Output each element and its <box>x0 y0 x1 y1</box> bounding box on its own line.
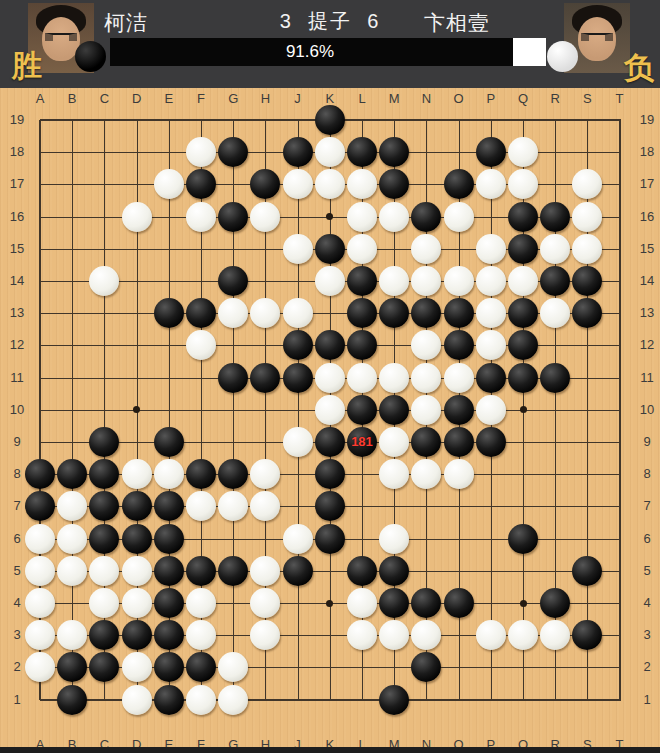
stone <box>154 169 184 199</box>
column-label: O <box>451 91 467 106</box>
stone <box>347 169 377 199</box>
stone <box>186 169 216 199</box>
white-stone-icon <box>547 41 578 72</box>
stone <box>347 556 377 586</box>
stone <box>379 298 409 328</box>
row-label: 18 <box>634 144 660 159</box>
stone <box>572 202 602 232</box>
row-label: 3 <box>634 627 660 642</box>
stone <box>379 363 409 393</box>
stone <box>122 556 152 586</box>
stone <box>476 137 506 167</box>
stone <box>411 588 441 618</box>
stone <box>347 298 377 328</box>
win-rate-bar: 91.6% <box>110 38 546 66</box>
stone <box>154 556 184 586</box>
player-name-left: 柯洁 <box>104 9 148 37</box>
stone <box>315 524 345 554</box>
stone <box>186 652 216 682</box>
stone <box>89 588 119 618</box>
stone <box>89 620 119 650</box>
stone <box>250 459 280 489</box>
stone <box>508 620 538 650</box>
stone <box>218 202 248 232</box>
stone <box>186 298 216 328</box>
stone <box>89 556 119 586</box>
grid-line <box>619 120 621 700</box>
stone <box>57 524 87 554</box>
row-label: 13 <box>634 305 660 320</box>
stone <box>89 491 119 521</box>
stone <box>508 234 538 264</box>
row-label: 8 <box>634 466 660 481</box>
stone <box>572 266 602 296</box>
stone <box>122 459 152 489</box>
stone <box>444 330 474 360</box>
stone <box>25 620 55 650</box>
stone <box>476 395 506 425</box>
stone <box>283 137 313 167</box>
row-label: 9 <box>4 434 30 449</box>
stone <box>57 491 87 521</box>
stone <box>218 491 248 521</box>
go-board[interactable]: AABBCCDDEEFFGGHHJJKKLLMMNNOOPPQQRRSSTT19… <box>0 88 660 753</box>
stone <box>154 459 184 489</box>
stone <box>186 137 216 167</box>
stone <box>315 266 345 296</box>
stone <box>540 202 570 232</box>
stone <box>411 427 441 457</box>
row-label: 19 <box>4 112 30 127</box>
column-label: N <box>418 91 434 106</box>
stone <box>476 266 506 296</box>
row-label: 11 <box>634 370 660 385</box>
stone <box>154 427 184 457</box>
stone <box>572 298 602 328</box>
header: 胜 柯洁 3 提子 6 91.6% 卞相壹 负 <box>0 0 660 88</box>
stone <box>444 266 474 296</box>
stone <box>379 137 409 167</box>
captures-label: 提子 <box>308 10 352 32</box>
row-label: 10 <box>4 402 30 417</box>
stone <box>315 459 345 489</box>
column-label: L <box>354 91 370 106</box>
column-label: E <box>161 91 177 106</box>
stone <box>444 363 474 393</box>
column-label: C <box>96 91 112 106</box>
stone <box>154 298 184 328</box>
stone <box>283 556 313 586</box>
stone <box>476 169 506 199</box>
stone <box>411 620 441 650</box>
stone <box>347 330 377 360</box>
stone <box>250 556 280 586</box>
stone <box>250 169 280 199</box>
row-label: 13 <box>4 305 30 320</box>
column-label: H <box>257 91 273 106</box>
stone <box>122 588 152 618</box>
stone <box>508 524 538 554</box>
stone <box>122 652 152 682</box>
stone <box>476 620 506 650</box>
stone <box>315 427 345 457</box>
stone <box>283 427 313 457</box>
player-name-right: 卞相壹 <box>424 9 490 37</box>
star-point <box>133 406 140 413</box>
row-label: 4 <box>634 595 660 610</box>
stone <box>122 202 152 232</box>
stone <box>347 588 377 618</box>
stone <box>154 685 184 715</box>
stone <box>283 298 313 328</box>
column-label: F <box>193 91 209 106</box>
row-label: 11 <box>4 370 30 385</box>
stone <box>218 459 248 489</box>
stone <box>411 652 441 682</box>
row-label: 1 <box>4 692 30 707</box>
column-label: Q <box>515 91 531 106</box>
stone <box>540 588 570 618</box>
stone <box>89 524 119 554</box>
stone <box>476 330 506 360</box>
glasses-shape <box>45 33 77 41</box>
stone <box>57 459 87 489</box>
stone <box>476 298 506 328</box>
stone <box>508 202 538 232</box>
stone <box>25 491 55 521</box>
stone <box>411 363 441 393</box>
stone <box>186 556 216 586</box>
stone <box>411 234 441 264</box>
stone <box>411 298 441 328</box>
stone <box>154 524 184 554</box>
stone <box>25 652 55 682</box>
row-label: 17 <box>634 176 660 191</box>
row-label: 12 <box>634 337 660 352</box>
row-label: 17 <box>4 176 30 191</box>
stone <box>186 459 216 489</box>
stone <box>379 588 409 618</box>
stone <box>379 266 409 296</box>
stone <box>379 427 409 457</box>
stone <box>186 620 216 650</box>
column-label: A <box>32 91 48 106</box>
column-label: G <box>225 91 241 106</box>
stone <box>508 330 538 360</box>
stone <box>572 556 602 586</box>
stone <box>379 459 409 489</box>
row-label: 1 <box>634 692 660 707</box>
stone <box>89 427 119 457</box>
row-label: 14 <box>4 273 30 288</box>
star-point <box>326 213 333 220</box>
stone <box>540 363 570 393</box>
stone <box>283 330 313 360</box>
stone <box>25 524 55 554</box>
row-label: 16 <box>4 209 30 224</box>
black-stone-icon <box>75 41 106 72</box>
stone <box>57 556 87 586</box>
stone <box>540 298 570 328</box>
stone <box>154 652 184 682</box>
stone <box>250 202 280 232</box>
stone <box>154 491 184 521</box>
column-label: K <box>322 91 338 106</box>
row-label: 10 <box>634 402 660 417</box>
stone <box>508 298 538 328</box>
stone <box>540 266 570 296</box>
stone <box>283 169 313 199</box>
star-point <box>520 406 527 413</box>
stone <box>315 395 345 425</box>
stone <box>186 202 216 232</box>
row-label: 5 <box>634 563 660 578</box>
stone <box>315 137 345 167</box>
stone <box>444 395 474 425</box>
stone <box>186 685 216 715</box>
column-label: B <box>64 91 80 106</box>
white-captures: 6 <box>367 10 380 32</box>
stone <box>444 427 474 457</box>
win-badge: 胜 <box>12 46 42 87</box>
stone <box>379 395 409 425</box>
column-label: T <box>612 91 628 106</box>
stone <box>347 202 377 232</box>
row-label: 12 <box>4 337 30 352</box>
row-label: 15 <box>634 241 660 256</box>
row-label: 6 <box>634 531 660 546</box>
stone <box>508 266 538 296</box>
stone <box>347 234 377 264</box>
stone <box>218 363 248 393</box>
stone <box>444 459 474 489</box>
stone <box>508 363 538 393</box>
row-label: 18 <box>4 144 30 159</box>
stone <box>444 588 474 618</box>
stone <box>379 202 409 232</box>
stone <box>347 266 377 296</box>
stone <box>250 491 280 521</box>
stone <box>540 620 570 650</box>
stone <box>411 202 441 232</box>
column-label: P <box>483 91 499 106</box>
black-captures: 3 <box>280 10 293 32</box>
star-point <box>326 600 333 607</box>
white-win-segment <box>513 38 546 66</box>
stone <box>572 620 602 650</box>
stone <box>379 620 409 650</box>
stone <box>347 137 377 167</box>
stone <box>379 556 409 586</box>
stone <box>379 685 409 715</box>
stone <box>122 685 152 715</box>
stone <box>411 330 441 360</box>
bottom-bar <box>0 747 660 753</box>
stone <box>379 524 409 554</box>
stone <box>250 298 280 328</box>
stone <box>89 459 119 489</box>
stone <box>218 137 248 167</box>
stone <box>315 169 345 199</box>
stone <box>444 202 474 232</box>
stone <box>476 427 506 457</box>
glasses-shape <box>581 33 613 41</box>
stone: 181 <box>347 427 377 457</box>
stone <box>411 459 441 489</box>
stone <box>122 524 152 554</box>
row-label: 7 <box>634 498 660 513</box>
stone <box>572 169 602 199</box>
last-move-marker: 181 <box>347 427 377 457</box>
stone <box>57 620 87 650</box>
star-point <box>520 600 527 607</box>
stone <box>315 105 345 135</box>
stone <box>25 556 55 586</box>
stone <box>347 395 377 425</box>
stone <box>218 652 248 682</box>
stone <box>411 395 441 425</box>
win-rate-text: 91.6% <box>110 38 510 66</box>
row-label: 15 <box>4 241 30 256</box>
stone <box>57 652 87 682</box>
stone <box>25 588 55 618</box>
stone <box>89 652 119 682</box>
row-label: 14 <box>634 273 660 288</box>
stone <box>444 169 474 199</box>
stone <box>476 234 506 264</box>
stone <box>444 298 474 328</box>
stone <box>186 491 216 521</box>
stone <box>283 524 313 554</box>
stone <box>218 685 248 715</box>
column-label: S <box>579 91 595 106</box>
column-label: R <box>547 91 563 106</box>
stone <box>186 330 216 360</box>
stone <box>315 234 345 264</box>
stone <box>218 556 248 586</box>
column-label: M <box>386 91 402 106</box>
stone <box>122 620 152 650</box>
stone <box>25 459 55 489</box>
stone <box>411 266 441 296</box>
column-label: D <box>129 91 145 106</box>
row-label: 19 <box>634 112 660 127</box>
stone <box>315 363 345 393</box>
stone <box>347 620 377 650</box>
stone <box>186 588 216 618</box>
stone <box>315 491 345 521</box>
stone <box>122 491 152 521</box>
stone <box>57 685 87 715</box>
stone <box>283 363 313 393</box>
row-label: 16 <box>634 209 660 224</box>
stone <box>154 588 184 618</box>
stone <box>283 234 313 264</box>
stone <box>379 169 409 199</box>
row-label: 9 <box>634 434 660 449</box>
stone <box>347 363 377 393</box>
stone <box>154 620 184 650</box>
stone <box>508 169 538 199</box>
stone <box>315 330 345 360</box>
stone <box>572 234 602 264</box>
row-label: 2 <box>634 659 660 674</box>
stone <box>218 266 248 296</box>
stone <box>540 234 570 264</box>
stone <box>508 137 538 167</box>
stone <box>250 620 280 650</box>
stone <box>218 298 248 328</box>
loss-badge: 负 <box>624 48 654 89</box>
stone <box>89 266 119 296</box>
stone <box>250 588 280 618</box>
column-label: J <box>290 91 306 106</box>
stone <box>476 363 506 393</box>
stone <box>250 363 280 393</box>
